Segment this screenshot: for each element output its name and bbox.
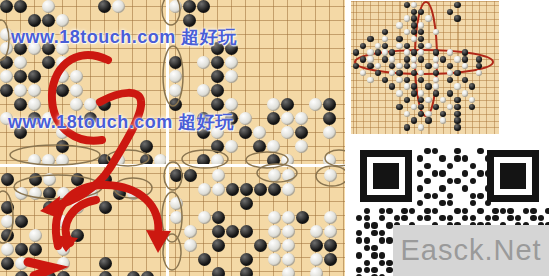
go-stone-black bbox=[404, 63, 410, 69]
go-stone-black bbox=[454, 2, 460, 8]
go-stone-black bbox=[99, 271, 112, 276]
qr-dot bbox=[432, 208, 438, 214]
go-stone-black bbox=[240, 197, 253, 210]
go-stone-black bbox=[389, 49, 395, 55]
go-stone-black bbox=[212, 267, 225, 276]
qr-dot bbox=[379, 260, 385, 266]
easck-net-overlay: Easck.Net bbox=[393, 225, 549, 276]
go-stone-black bbox=[197, 154, 210, 165]
go-stone-white bbox=[268, 211, 281, 224]
qr-dot bbox=[447, 215, 453, 221]
go-stone-white bbox=[225, 140, 238, 153]
go-stone-black bbox=[29, 243, 42, 256]
qr-dot bbox=[371, 252, 377, 258]
go-stone-black bbox=[295, 126, 308, 139]
go-stone-black bbox=[469, 83, 475, 89]
go-stone-black bbox=[404, 77, 410, 83]
go-stone-white bbox=[85, 187, 98, 200]
go-stone-white bbox=[418, 124, 424, 130]
go-stone-white bbox=[268, 239, 281, 252]
go-stone-white bbox=[411, 56, 417, 62]
go-stone-black bbox=[1, 257, 14, 270]
go-stone-white bbox=[382, 36, 388, 42]
qr-dot bbox=[485, 200, 491, 206]
qr-dot bbox=[492, 215, 498, 221]
go-stone-white bbox=[253, 126, 266, 139]
go-stone-white bbox=[169, 0, 182, 13]
go-stone-black bbox=[253, 140, 266, 153]
go-stone-white bbox=[29, 229, 42, 242]
go-stone-white bbox=[184, 239, 197, 252]
go-stone-black bbox=[184, 169, 197, 182]
go-stone-black bbox=[0, 84, 13, 97]
go-stone-black bbox=[425, 117, 431, 123]
go-stone-white bbox=[170, 211, 183, 224]
go-stone-black bbox=[183, 0, 196, 13]
go-stone-white bbox=[282, 211, 295, 224]
qr-dot bbox=[470, 163, 476, 169]
go-stone-black bbox=[382, 77, 388, 83]
go-stone-white bbox=[268, 253, 281, 266]
go-stone-white bbox=[425, 111, 431, 117]
qr-dot bbox=[356, 237, 362, 243]
qr-dot bbox=[417, 185, 423, 191]
qr-dot bbox=[364, 222, 370, 228]
go-stone-black bbox=[360, 43, 366, 49]
go-stone-white bbox=[197, 56, 210, 69]
go-stone-white bbox=[1, 215, 14, 228]
qr-dot bbox=[507, 215, 513, 221]
qr-dot bbox=[530, 215, 536, 221]
go-stone-white bbox=[462, 63, 468, 69]
go-stone-black bbox=[425, 83, 431, 89]
go-stone-black bbox=[404, 56, 410, 62]
go-stone-white bbox=[411, 63, 417, 69]
go-stone-white bbox=[225, 70, 238, 83]
qr-dot bbox=[424, 193, 430, 199]
qr-dot bbox=[364, 208, 370, 214]
go-stone-black bbox=[71, 229, 84, 242]
go-stone-black bbox=[411, 22, 417, 28]
go-stone-white bbox=[389, 70, 395, 76]
go-stone-white bbox=[433, 63, 439, 69]
go-stone-white bbox=[310, 225, 323, 238]
go-stone-black bbox=[268, 183, 281, 196]
go-stone-black bbox=[43, 187, 56, 200]
go-stone-black bbox=[396, 36, 402, 42]
go-stone-white bbox=[404, 111, 410, 117]
qr-dot bbox=[485, 215, 491, 221]
go-stone-white bbox=[225, 98, 238, 111]
qr-dot bbox=[462, 185, 468, 191]
go-stone-white bbox=[56, 154, 69, 165]
go-stone-white bbox=[1, 243, 14, 256]
go-stone-white bbox=[70, 70, 83, 83]
qr-dot bbox=[523, 208, 529, 214]
go-stone-black bbox=[98, 0, 111, 13]
go-stone-white bbox=[411, 104, 417, 110]
go-stone-black bbox=[447, 63, 453, 69]
go-stone-black bbox=[411, 9, 417, 15]
go-stone-black bbox=[396, 104, 402, 110]
qr-dot bbox=[417, 170, 423, 176]
go-stone-white bbox=[282, 267, 295, 276]
go-stone-black bbox=[14, 0, 27, 13]
go-stone-black bbox=[418, 9, 424, 15]
go-stone-white bbox=[281, 112, 294, 125]
go-stone-black bbox=[14, 70, 27, 83]
go-stone-black bbox=[324, 253, 337, 266]
go-stone-black bbox=[211, 70, 224, 83]
go-stone-black bbox=[367, 63, 373, 69]
qr-dot bbox=[379, 215, 385, 221]
go-stone-black bbox=[404, 43, 410, 49]
qr-dot bbox=[454, 208, 460, 214]
qr-dot bbox=[364, 267, 370, 273]
go-stone-black bbox=[447, 9, 453, 15]
go-stone-white bbox=[396, 63, 402, 69]
go-stone-black bbox=[267, 154, 280, 165]
go-stone-white bbox=[425, 97, 431, 103]
go-stone-white bbox=[84, 98, 97, 111]
go-stone-white bbox=[447, 70, 453, 76]
go-stone-white bbox=[433, 56, 439, 62]
go-stone-white bbox=[310, 267, 323, 276]
go-stone-white bbox=[360, 70, 366, 76]
go-stone-black bbox=[418, 36, 424, 42]
go-stone-white bbox=[71, 201, 84, 214]
go-stone-black bbox=[454, 124, 460, 130]
go-stone-black bbox=[240, 183, 253, 196]
go-stone-black bbox=[15, 271, 28, 276]
qr-dot bbox=[477, 193, 483, 199]
qr-dot bbox=[424, 208, 430, 214]
go-stone-black bbox=[239, 126, 252, 139]
go-stone-white bbox=[169, 70, 182, 83]
go-stone-black bbox=[254, 183, 267, 196]
go-stone-black bbox=[0, 56, 13, 69]
go-stone-black bbox=[211, 98, 224, 111]
qr-dot bbox=[439, 215, 445, 221]
go-stone-white bbox=[170, 197, 183, 210]
go-stone-white bbox=[43, 173, 56, 186]
qr-dot bbox=[470, 178, 476, 184]
qr-dot bbox=[477, 170, 483, 176]
go-stone-black bbox=[29, 173, 42, 186]
go-stone-black bbox=[226, 183, 239, 196]
go-board-collage: www.18touch.com 超好玩 www.18touch.com 超好玩 bbox=[0, 0, 345, 276]
go-stone-white bbox=[70, 98, 83, 111]
go-stone-black bbox=[211, 140, 224, 153]
go-stone-white bbox=[323, 154, 336, 165]
go-stone-black bbox=[440, 56, 446, 62]
go-stone-white bbox=[212, 169, 225, 182]
go-stone-black bbox=[454, 15, 460, 21]
go-stone-black bbox=[425, 63, 431, 69]
go-stone-white bbox=[324, 225, 337, 238]
go-stone-white bbox=[56, 70, 69, 83]
go-stone-black bbox=[43, 201, 56, 214]
qr-dot bbox=[424, 215, 430, 221]
go-stone-white bbox=[425, 43, 431, 49]
go-stone-white bbox=[375, 63, 381, 69]
go-stone-black bbox=[296, 211, 309, 224]
qr-dot bbox=[386, 222, 392, 228]
qr-dot bbox=[492, 208, 498, 214]
go-stone-white bbox=[418, 90, 424, 96]
go-stone-white bbox=[0, 70, 13, 83]
go-stone-white bbox=[154, 154, 167, 165]
qr-dot bbox=[507, 208, 513, 214]
qr-dot bbox=[386, 208, 392, 214]
go-stone-white bbox=[295, 112, 308, 125]
qr-dot bbox=[409, 208, 415, 214]
go-stone-black bbox=[212, 225, 225, 238]
qr-dot bbox=[447, 178, 453, 184]
go-stone-black bbox=[127, 271, 140, 276]
go-stone-white bbox=[71, 187, 84, 200]
qr-dot bbox=[439, 200, 445, 206]
easck-net-label: Easck.Net bbox=[400, 234, 541, 266]
go-stone-black bbox=[433, 49, 439, 55]
go-stone-black bbox=[454, 111, 460, 117]
go-stone-black bbox=[56, 84, 69, 97]
go-stone-black bbox=[56, 140, 69, 153]
go-stone-white bbox=[239, 112, 252, 125]
go-stone-white bbox=[197, 84, 210, 97]
go-stone-white bbox=[28, 84, 41, 97]
go-stone-black bbox=[418, 97, 424, 103]
go-stone-black bbox=[211, 56, 224, 69]
go-stone-black bbox=[476, 63, 482, 69]
go-stone-black bbox=[447, 90, 453, 96]
qr-code: Easck.Net bbox=[352, 142, 549, 276]
go-stone-white bbox=[57, 243, 70, 256]
go-stone-white bbox=[389, 56, 395, 62]
go-stone-black bbox=[382, 29, 388, 35]
go-stone-white bbox=[469, 97, 475, 103]
go-stone-white bbox=[198, 183, 211, 196]
qr-dot bbox=[371, 245, 377, 251]
qr-dot bbox=[356, 215, 362, 221]
go-stone-white bbox=[267, 140, 280, 153]
qr-dot bbox=[447, 163, 453, 169]
go-stone-black bbox=[404, 97, 410, 103]
go-stone-black bbox=[140, 140, 153, 153]
go-stone-white bbox=[404, 83, 410, 89]
qr-dot bbox=[485, 170, 491, 176]
go-stone-white bbox=[282, 183, 295, 196]
qr-finder-core bbox=[373, 163, 399, 189]
go-stone-white bbox=[411, 2, 417, 8]
go-stone-black bbox=[1, 201, 14, 214]
go-stone-black bbox=[324, 239, 337, 252]
go-stone-black bbox=[411, 15, 417, 21]
go-stone-black bbox=[57, 271, 70, 276]
qr-dot bbox=[401, 208, 407, 214]
go-stone-black bbox=[454, 70, 460, 76]
qr-dot bbox=[371, 222, 377, 228]
go-stone-white bbox=[15, 257, 28, 270]
go-stone-black bbox=[211, 84, 224, 97]
go-stone-black bbox=[440, 111, 446, 117]
go-stone-white bbox=[433, 83, 439, 89]
go-stone-black bbox=[240, 267, 253, 276]
screenshot-stage: www.18touch.com 超好玩 www.18touch.com 超好玩 … bbox=[0, 0, 549, 276]
qr-dot bbox=[379, 208, 385, 214]
go-stone-black bbox=[212, 239, 225, 252]
go-stone-white bbox=[281, 126, 294, 139]
go-stone-black bbox=[418, 43, 424, 49]
go-stone-white bbox=[309, 98, 322, 111]
go-stone-white bbox=[70, 84, 83, 97]
qr-dot bbox=[364, 260, 370, 266]
go-stone-white bbox=[281, 154, 294, 165]
go-stone-white bbox=[42, 0, 55, 13]
go-stone-black bbox=[353, 63, 359, 69]
qr-dot bbox=[432, 148, 438, 154]
go-stone-white bbox=[310, 253, 323, 266]
go-stone-black bbox=[433, 70, 439, 76]
go-stone-black bbox=[323, 98, 336, 111]
go-stone-white bbox=[440, 117, 446, 123]
go-stone-black bbox=[454, 104, 460, 110]
go-stone-white bbox=[282, 253, 295, 266]
go-stone-white bbox=[425, 15, 431, 21]
go-stone-black bbox=[226, 225, 239, 238]
qr-dot bbox=[447, 200, 453, 206]
go-stone-black bbox=[418, 29, 424, 35]
go-stone-black bbox=[396, 70, 402, 76]
qr-dot bbox=[432, 193, 438, 199]
qr-dot bbox=[371, 230, 377, 236]
go-stone-white bbox=[28, 154, 41, 165]
go-stone-black bbox=[389, 63, 395, 69]
go-stone-white bbox=[382, 49, 388, 55]
go-stone-white bbox=[28, 98, 41, 111]
go-stone-white bbox=[56, 56, 69, 69]
go-stone-black bbox=[240, 253, 253, 266]
go-stone-black bbox=[418, 104, 424, 110]
go-stone-white bbox=[433, 77, 439, 83]
go-stone-white bbox=[42, 154, 55, 165]
go-stone-black bbox=[462, 49, 468, 55]
go-stone-black bbox=[433, 90, 439, 96]
go-board-quadrant-bottom-left bbox=[0, 167, 166, 276]
go-stone-black bbox=[323, 112, 336, 125]
go-stone-black bbox=[212, 211, 225, 224]
qr-dot bbox=[439, 170, 445, 176]
qr-dot bbox=[500, 208, 506, 214]
go-stone-black bbox=[198, 253, 211, 266]
go-stone-white bbox=[282, 225, 295, 238]
go-stone-white bbox=[367, 49, 373, 55]
go-stone-white bbox=[367, 77, 373, 83]
qr-dot bbox=[462, 208, 468, 214]
qr-dot bbox=[477, 208, 483, 214]
go-stone-black bbox=[267, 112, 280, 125]
go-stone-black bbox=[141, 271, 154, 276]
go-stone-black bbox=[15, 215, 28, 228]
go-stone-white bbox=[282, 239, 295, 252]
qr-dot bbox=[356, 230, 362, 236]
go-stone-black bbox=[113, 187, 126, 200]
go-stone-white bbox=[324, 169, 337, 182]
go-stone-black bbox=[99, 173, 112, 186]
qr-finder-top-left bbox=[360, 150, 412, 202]
qr-dot bbox=[356, 267, 362, 273]
qr-dot bbox=[424, 178, 430, 184]
go-stone-white bbox=[14, 84, 27, 97]
go-stone-white bbox=[418, 22, 424, 28]
go-stone-black bbox=[411, 90, 417, 96]
go-stone-white bbox=[268, 169, 281, 182]
go-stone-black bbox=[360, 56, 366, 62]
go-stone-white bbox=[267, 98, 280, 111]
go-stone-white bbox=[169, 84, 182, 97]
go-stone-black bbox=[411, 49, 417, 55]
qr-dot bbox=[379, 252, 385, 258]
qr-dot bbox=[432, 170, 438, 176]
go-stone-white bbox=[447, 49, 453, 55]
go-stone-white bbox=[476, 70, 482, 76]
go-stone-white bbox=[433, 29, 439, 35]
go-stone-white bbox=[440, 97, 446, 103]
go-stone-black bbox=[310, 239, 323, 252]
watermark-text-top: www.18touch.com 超好玩 bbox=[11, 25, 237, 49]
go-stone-black bbox=[382, 56, 388, 62]
go-stone-white bbox=[225, 56, 238, 69]
go-stone-black bbox=[254, 239, 267, 252]
go-stone-black bbox=[375, 70, 381, 76]
qr-dot bbox=[470, 215, 476, 221]
qr-dot bbox=[439, 155, 445, 161]
go-stone-black bbox=[99, 257, 112, 270]
go-stone-white bbox=[323, 126, 336, 139]
go-stone-white bbox=[454, 56, 460, 62]
qr-dot bbox=[364, 237, 370, 243]
go-stone-black bbox=[71, 173, 84, 186]
qr-dot bbox=[356, 252, 362, 258]
go-stone-black bbox=[411, 29, 417, 35]
go-stone-white bbox=[418, 49, 424, 55]
qr-dot bbox=[417, 215, 423, 221]
watermark-text-middle: www.18touch.com 超好玩 bbox=[8, 110, 234, 134]
go-stone-white bbox=[411, 36, 417, 42]
qr-dot bbox=[462, 215, 468, 221]
go-stone-black bbox=[1, 229, 14, 242]
qr-dot bbox=[454, 178, 460, 184]
qr-dot bbox=[462, 170, 468, 176]
qr-finder-core bbox=[500, 163, 526, 189]
go-stone-white bbox=[57, 187, 70, 200]
go-stone-white bbox=[418, 70, 424, 76]
go-board-quadrant-bottom-right bbox=[169, 167, 345, 276]
go-stone-white bbox=[14, 56, 27, 69]
go-stone-white bbox=[454, 83, 460, 89]
qr-dot bbox=[470, 200, 476, 206]
go-stone-black bbox=[170, 169, 183, 182]
qr-dot bbox=[386, 237, 392, 243]
go-stone-white bbox=[324, 211, 337, 224]
go-stone-black bbox=[0, 0, 13, 13]
mini-go-board bbox=[351, 1, 499, 134]
go-stone-black bbox=[169, 98, 182, 111]
go-stone-black bbox=[281, 98, 294, 111]
go-stone-black bbox=[454, 97, 460, 103]
go-stone-white bbox=[404, 29, 410, 35]
go-stone-white bbox=[375, 43, 381, 49]
